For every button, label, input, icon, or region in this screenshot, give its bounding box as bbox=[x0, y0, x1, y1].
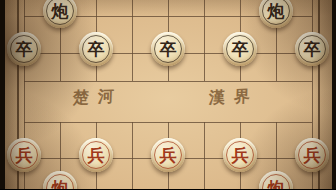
piece-label: 卒 bbox=[16, 41, 33, 58]
piece-label: 炮 bbox=[268, 180, 285, 190]
grid-line bbox=[204, 122, 205, 189]
piece-label: 兵 bbox=[304, 147, 321, 164]
piece-label: 兵 bbox=[88, 147, 105, 164]
piece-red-soldier-file2[interactable]: 兵 bbox=[79, 138, 113, 172]
xiangqi-board: 楚河 漢界 炮炮卒卒卒卒卒兵兵兵兵兵炮炮 bbox=[0, 0, 336, 189]
piece-black-soldier-file6[interactable]: 卒 bbox=[223, 32, 257, 66]
piece-label: 卒 bbox=[160, 41, 177, 58]
piece-label: 兵 bbox=[232, 147, 249, 164]
piece-label: 卒 bbox=[304, 41, 321, 58]
piece-black-cannon-file7[interactable]: 炮 bbox=[259, 0, 293, 28]
grid-line bbox=[204, 0, 205, 81]
piece-black-soldier-file4[interactable]: 卒 bbox=[151, 32, 185, 66]
piece-black-soldier-file2[interactable]: 卒 bbox=[79, 32, 113, 66]
piece-red-soldier-file4[interactable]: 兵 bbox=[151, 138, 185, 172]
letterbox-bar-left bbox=[0, 0, 5, 189]
piece-red-cannon-file7[interactable]: 炮 bbox=[259, 171, 293, 189]
grid-line bbox=[132, 0, 133, 81]
piece-red-cannon-file1[interactable]: 炮 bbox=[43, 171, 77, 189]
piece-red-soldier-file8[interactable]: 兵 bbox=[295, 138, 329, 172]
piece-black-soldier-file0[interactable]: 卒 bbox=[7, 32, 41, 66]
piece-label: 炮 bbox=[52, 180, 69, 190]
letterbox-bar-right bbox=[332, 0, 336, 189]
river-label-han-jie: 漢界 bbox=[209, 86, 260, 109]
piece-red-soldier-file6[interactable]: 兵 bbox=[223, 138, 257, 172]
grid-line bbox=[24, 81, 312, 82]
piece-label: 炮 bbox=[52, 3, 69, 20]
piece-label: 卒 bbox=[232, 41, 249, 58]
piece-label: 炮 bbox=[268, 3, 285, 20]
piece-black-cannon-file1[interactable]: 炮 bbox=[43, 0, 77, 28]
grid-line bbox=[132, 122, 133, 189]
piece-black-soldier-file8[interactable]: 卒 bbox=[295, 32, 329, 66]
piece-label: 兵 bbox=[160, 147, 177, 164]
piece-red-soldier-file0[interactable]: 兵 bbox=[7, 138, 41, 172]
piece-label: 兵 bbox=[16, 147, 33, 164]
river-label-chu-he: 楚河 bbox=[73, 86, 124, 109]
piece-label: 卒 bbox=[88, 41, 105, 58]
